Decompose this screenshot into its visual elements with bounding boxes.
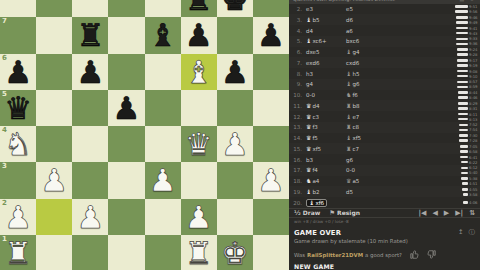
flag-icon: ⚑ bbox=[329, 209, 335, 217]
piece-icon: ♝ bbox=[346, 49, 351, 55]
square-a5[interactable]: 5♛ bbox=[0, 90, 36, 126]
clock-bar bbox=[458, 91, 468, 94]
clock-bar bbox=[456, 27, 468, 30]
square-c4[interactable] bbox=[72, 126, 108, 162]
info-icon[interactable]: ⓘ bbox=[469, 228, 476, 237]
move-text: f3 bbox=[312, 124, 317, 130]
clock-bar bbox=[457, 70, 468, 73]
square-e4[interactable] bbox=[145, 126, 181, 162]
square-f6[interactable]: ♝ bbox=[181, 54, 217, 90]
move-number: 14. bbox=[289, 135, 306, 141]
move-row: 12.♛c3♝e78:118:13 bbox=[289, 111, 480, 122]
square-a7[interactable]: 7 bbox=[0, 17, 36, 53]
move-times: 9:249:28 bbox=[386, 48, 480, 57]
move-text: g4 bbox=[306, 81, 313, 87]
half-point-icon: ½ bbox=[294, 209, 301, 217]
white-move[interactable]: ♛d4 bbox=[306, 103, 346, 109]
square-h7[interactable]: ♟ bbox=[253, 17, 289, 53]
piece-icon: ♛ bbox=[306, 103, 311, 109]
clock-bar bbox=[459, 134, 468, 137]
piece-icon: ♜ bbox=[346, 146, 351, 152]
move-text: f5 bbox=[312, 135, 317, 141]
move-list: 2.e3e59:519:563.♝b5d69:469:494.d4a69:419… bbox=[289, 4, 480, 208]
move-row: 3.♝b5d69:469:49 bbox=[289, 14, 480, 25]
move-times: 9:469:49 bbox=[386, 15, 480, 24]
square-d5[interactable]: ♟ bbox=[108, 90, 144, 126]
white-rook[interactable]: ♜ bbox=[181, 235, 217, 270]
clock-bar bbox=[458, 102, 468, 105]
clock-time: 4:06 bbox=[469, 200, 478, 205]
square-f8[interactable]: ♜ bbox=[181, 0, 217, 17]
game-side-panel: Queens Pawn Opening: Mikenas Defense ▤ ↻… bbox=[289, 0, 480, 270]
move-text: cxd6 bbox=[346, 60, 359, 66]
square-g6[interactable]: ♟ bbox=[217, 54, 253, 90]
black-move[interactable]: a6 bbox=[346, 28, 386, 34]
clock-time: 8:46 bbox=[469, 95, 478, 100]
piece-icon: ♝ bbox=[306, 38, 311, 44]
black-pawn[interactable]: ♟ bbox=[217, 54, 253, 90]
square-e6[interactable] bbox=[145, 54, 181, 90]
square-a1[interactable]: 1♜ bbox=[0, 235, 36, 270]
move-row: 10.0-0♞f68:448:46 bbox=[289, 90, 480, 101]
white-move[interactable]: 0-0 bbox=[306, 92, 346, 98]
move-times: 8:578:59 bbox=[386, 80, 480, 89]
draw-button[interactable]: ½ Draw bbox=[294, 209, 320, 217]
square-g5[interactable] bbox=[217, 90, 253, 126]
square-f7[interactable]: ♟ bbox=[181, 17, 217, 53]
square-e3[interactable]: ♟ bbox=[145, 162, 181, 198]
move-number: 13. bbox=[289, 124, 306, 130]
move-text: g4 bbox=[352, 49, 359, 55]
square-f2[interactable]: ♟ bbox=[181, 199, 217, 235]
clock-bar bbox=[461, 172, 468, 175]
piece-icon: ♛ bbox=[306, 135, 311, 141]
white-move[interactable]: ♛f3 bbox=[306, 124, 346, 130]
move-times: 9:179:19 bbox=[386, 58, 480, 67]
piece-icon: ♞ bbox=[346, 92, 351, 98]
move-row: 6.dxe5♝g49:249:28 bbox=[289, 47, 480, 58]
move-row: 4.d4a69:419:43 bbox=[289, 25, 480, 36]
clock-time: 7:54 bbox=[469, 127, 478, 132]
white-move[interactable]: h3 bbox=[306, 71, 346, 77]
move-text: g6 bbox=[346, 157, 353, 163]
square-b7[interactable] bbox=[36, 17, 72, 53]
white-pawn[interactable]: ♟ bbox=[36, 162, 72, 198]
clock-bar bbox=[456, 21, 468, 24]
clock-bar bbox=[458, 118, 468, 121]
square-g1[interactable]: ♚ bbox=[217, 235, 253, 270]
move-text: b2 bbox=[312, 189, 319, 195]
square-d3[interactable] bbox=[108, 162, 144, 198]
square-c3[interactable] bbox=[72, 162, 108, 198]
clock-time: 8:59 bbox=[469, 84, 478, 89]
black-move[interactable]: d6 bbox=[346, 17, 386, 23]
clock-bar bbox=[457, 86, 468, 89]
clock-bar bbox=[458, 107, 468, 110]
clock-time: 6:58 bbox=[469, 149, 478, 154]
flip-board-icon[interactable]: ⇅ bbox=[469, 209, 475, 217]
game-toolbar: ½ Draw ⚑ Resign |◀◀▶▶|⇅ bbox=[289, 208, 480, 218]
white-move[interactable]: e3 bbox=[306, 6, 346, 12]
move-row: 18.♞a4♛a55:384:51 bbox=[289, 176, 480, 187]
black-rook[interactable]: ♜ bbox=[181, 0, 217, 17]
square-c5[interactable] bbox=[72, 90, 108, 126]
clock-bar bbox=[463, 193, 468, 196]
white-bishop[interactable]: ♝ bbox=[181, 54, 217, 90]
piece-icon: ♝ bbox=[306, 17, 311, 23]
square-e2[interactable] bbox=[145, 199, 181, 235]
square-h6[interactable] bbox=[253, 54, 289, 90]
move-text: e7 bbox=[352, 114, 359, 120]
square-f4[interactable]: ♛ bbox=[181, 126, 217, 162]
square-b8[interactable] bbox=[36, 0, 72, 17]
move-number: 9. bbox=[289, 81, 306, 87]
rank-label-5: 5 bbox=[2, 91, 7, 98]
square-f3[interactable] bbox=[181, 162, 217, 198]
sport-suffix: a good sport? bbox=[365, 252, 402, 258]
move-text: xf6 bbox=[315, 200, 324, 206]
move-text: c8 bbox=[352, 124, 359, 130]
clock-bar bbox=[455, 10, 468, 13]
clock-time: 6:22 bbox=[469, 160, 478, 165]
clock-time: 9:19 bbox=[469, 63, 478, 68]
new-game-button[interactable]: NEW GAME bbox=[289, 259, 480, 270]
clock-bar bbox=[457, 53, 468, 56]
square-e8[interactable] bbox=[145, 0, 181, 17]
square-g8[interactable]: ♚ bbox=[217, 0, 253, 17]
black-move[interactable]: d5 bbox=[346, 189, 386, 195]
piece-icon: ♝ bbox=[346, 81, 351, 87]
move-nav: |◀◀▶▶|⇅ bbox=[418, 209, 475, 217]
move-times: 4:06 bbox=[381, 201, 480, 205]
square-c8[interactable] bbox=[72, 0, 108, 17]
square-a3[interactable]: 3 bbox=[0, 162, 36, 198]
move-text: 0-0 bbox=[306, 92, 315, 98]
white-queen[interactable]: ♛ bbox=[181, 126, 217, 162]
black-move[interactable]: g6 bbox=[346, 157, 386, 163]
white-move[interactable]: g4 bbox=[306, 81, 346, 87]
move-text: b8 bbox=[352, 103, 359, 109]
move-number: 10. bbox=[289, 92, 306, 98]
move-row: 15.♛xf5♜c77:056:58 bbox=[289, 143, 480, 154]
black-move[interactable]: ♞f6 bbox=[346, 92, 386, 98]
square-g2[interactable] bbox=[217, 199, 253, 235]
opponent-username: RailSplitter21DVM bbox=[307, 252, 363, 258]
move-number: 7. bbox=[289, 60, 306, 66]
share-icon[interactable]: ↥ bbox=[458, 228, 463, 237]
move-times: 7:527:54 bbox=[386, 123, 480, 132]
move-number: 12. bbox=[289, 114, 306, 120]
piece-icon: ♝ bbox=[346, 71, 351, 77]
move-text: d5 bbox=[346, 189, 353, 195]
square-h4[interactable] bbox=[253, 126, 289, 162]
move-row: 13.♛f3♜c87:527:54 bbox=[289, 122, 480, 133]
clock-time: 9:43 bbox=[469, 31, 478, 36]
move-number: 17. bbox=[289, 167, 306, 173]
square-h8[interactable] bbox=[253, 0, 289, 17]
white-move[interactable]: ♝b2 bbox=[306, 189, 346, 195]
clock-time: 9:28 bbox=[469, 52, 478, 57]
move-times: 8:448:46 bbox=[386, 91, 480, 100]
piece-icon: ♛ bbox=[306, 167, 311, 173]
clock-bar bbox=[455, 5, 468, 8]
clock-time: 8:13 bbox=[469, 117, 478, 122]
square-d1[interactable] bbox=[108, 235, 144, 270]
piece-icon: ♛ bbox=[306, 124, 311, 130]
black-move[interactable]: ♛a5 bbox=[346, 178, 386, 184]
clock-bar bbox=[461, 167, 468, 170]
piece-icon: ♛ bbox=[306, 114, 311, 120]
black-pawn[interactable]: ♟ bbox=[181, 17, 217, 53]
clock-time: 7:28 bbox=[469, 138, 478, 143]
clock-bar bbox=[462, 188, 468, 191]
move-text: h3 bbox=[306, 71, 313, 77]
move-times: 9:089:10 bbox=[386, 69, 480, 78]
white-king[interactable]: ♚ bbox=[217, 235, 253, 270]
piece-icon: ♛ bbox=[306, 146, 311, 152]
piece-icon: ♜ bbox=[346, 103, 351, 109]
square-h1[interactable] bbox=[253, 235, 289, 270]
move-text: a5 bbox=[352, 178, 359, 184]
square-b5[interactable] bbox=[36, 90, 72, 126]
black-pawn[interactable]: ♟ bbox=[108, 90, 144, 126]
black-move[interactable]: ♝g4 bbox=[346, 49, 386, 55]
move-number: 18. bbox=[289, 178, 306, 184]
move-number: 2. bbox=[289, 6, 306, 12]
move-text: d4 bbox=[306, 28, 313, 34]
move-text: a4 bbox=[312, 178, 319, 184]
square-e7[interactable]: ♝ bbox=[145, 17, 181, 53]
game-over-title: GAME OVER bbox=[294, 229, 341, 237]
black-rook[interactable]: ♜ bbox=[72, 17, 108, 53]
last-move-icon[interactable]: ▶| bbox=[455, 209, 463, 217]
square-e5[interactable] bbox=[145, 90, 181, 126]
clock-time: 9:56 bbox=[469, 9, 478, 14]
move-number: 15. bbox=[289, 146, 306, 152]
black-move[interactable]: e5 bbox=[346, 6, 386, 12]
move-number: 3. bbox=[289, 17, 306, 23]
move-text: xf5 bbox=[312, 146, 321, 152]
move-number: 16. bbox=[289, 157, 306, 163]
move-times: 6:125:40 bbox=[386, 166, 480, 175]
move-text: dxe5 bbox=[306, 49, 319, 55]
clock-bar bbox=[460, 150, 468, 153]
white-move[interactable]: ♞a4 bbox=[306, 178, 346, 184]
clock-bar bbox=[457, 48, 468, 51]
clock-time: 8:31 bbox=[469, 106, 478, 111]
square-h3[interactable]: ♟ bbox=[253, 162, 289, 198]
square-g4[interactable]: ♟ bbox=[217, 126, 253, 162]
clock-bar bbox=[460, 145, 468, 148]
move-row: 17.♛f40-06:125:40 bbox=[289, 165, 480, 176]
square-b6[interactable] bbox=[36, 54, 72, 90]
piece-icon: ♝ bbox=[346, 135, 351, 141]
square-c2[interactable]: ♟ bbox=[72, 199, 108, 235]
move-row: 8.h3♝h59:089:10 bbox=[289, 68, 480, 79]
move-text: f4 bbox=[312, 167, 317, 173]
clock-time: 5:40 bbox=[469, 170, 478, 175]
move-text: c3 bbox=[312, 114, 319, 120]
black-move[interactable]: ♝h5 bbox=[346, 71, 386, 77]
move-times: 8:298:31 bbox=[386, 101, 480, 110]
game-over-reason: Game drawn by stalemate (10 min Rated) bbox=[289, 237, 480, 244]
move-row: 9.g4♝g68:578:59 bbox=[289, 79, 480, 90]
good-sport-prompt: Was RailSplitter21DVM a good sport? bbox=[289, 244, 480, 259]
white-move[interactable]: ♛f4 bbox=[306, 167, 346, 173]
black-move[interactable]: 0-0 bbox=[346, 167, 386, 173]
move-text: d4 bbox=[312, 103, 319, 109]
black-move[interactable]: ♝g6 bbox=[346, 81, 386, 87]
move-times: 9:519:56 bbox=[386, 5, 480, 14]
clock-bar bbox=[456, 43, 468, 46]
move-text: g6 bbox=[352, 81, 359, 87]
clock-bar bbox=[458, 96, 468, 99]
clock-bar bbox=[459, 124, 468, 127]
move-times: 6:416:22 bbox=[386, 155, 480, 164]
move-text: f6 bbox=[352, 92, 357, 98]
clock-time: 3:58 bbox=[469, 192, 478, 197]
move-times: 8:118:13 bbox=[386, 112, 480, 121]
square-e1[interactable] bbox=[145, 235, 181, 270]
clock-time: 4:51 bbox=[469, 181, 478, 186]
white-pawn[interactable]: ♟ bbox=[145, 162, 181, 198]
square-a2[interactable]: 2♟ bbox=[0, 199, 36, 235]
move-row: 2.e3e59:519:56 bbox=[289, 4, 480, 15]
square-b3[interactable]: ♟ bbox=[36, 162, 72, 198]
move-number: 19. bbox=[289, 189, 306, 195]
white-move[interactable]: ♛xf5 bbox=[306, 146, 346, 152]
move-number: 8. bbox=[289, 71, 306, 77]
white-move[interactable]: d4 bbox=[306, 28, 346, 34]
square-d4[interactable] bbox=[108, 126, 144, 162]
move-text: xc6+ bbox=[312, 38, 326, 44]
move-text: e3 bbox=[306, 6, 313, 12]
move-times: 5:384:51 bbox=[386, 177, 480, 186]
move-row: 7.exd6cxd69:179:19 bbox=[289, 57, 480, 68]
square-c6[interactable]: ♟ bbox=[72, 54, 108, 90]
move-number: 4. bbox=[289, 28, 306, 34]
move-text: bxc6 bbox=[346, 38, 359, 44]
black-pawn[interactable]: ♟ bbox=[72, 54, 108, 90]
black-move[interactable]: bxc6 bbox=[346, 38, 386, 44]
move-times: 7:056:58 bbox=[386, 144, 480, 153]
black-move[interactable]: ♝xf5 bbox=[346, 135, 386, 141]
white-pawn[interactable]: ♟ bbox=[217, 126, 253, 162]
black-king[interactable]: ♚ bbox=[217, 0, 253, 17]
thumbs-down-icon[interactable] bbox=[427, 250, 436, 259]
move-text: xf5 bbox=[352, 135, 361, 141]
square-h5[interactable] bbox=[253, 90, 289, 126]
clock-bar bbox=[456, 16, 468, 19]
square-f1[interactable]: ♜ bbox=[181, 235, 217, 270]
square-g3[interactable] bbox=[217, 162, 253, 198]
white-pawn[interactable]: ♟ bbox=[253, 162, 289, 198]
white-move[interactable]: b3 bbox=[306, 157, 346, 163]
white-move[interactable]: ♛f5 bbox=[306, 135, 346, 141]
prev-move-icon[interactable]: ◀ bbox=[432, 209, 437, 217]
piece-icon: ♛ bbox=[346, 178, 351, 184]
square-c1[interactable] bbox=[72, 235, 108, 270]
black-move[interactable]: cxd6 bbox=[346, 60, 386, 66]
chess-board[interactable]: ♜♚7♜♝♟♟6♟♟♝♟5♛♟4♞♛♟3♟♟♟2♟♟♟1♜♜♚ bbox=[0, 0, 289, 270]
move-text: d6 bbox=[346, 17, 353, 23]
move-row: 14.♛f5♝xf57:307:28 bbox=[289, 133, 480, 144]
move-text: 0-0 bbox=[346, 167, 355, 173]
square-c7[interactable]: ♜ bbox=[72, 17, 108, 53]
black-move[interactable]: ♜c7 bbox=[346, 146, 386, 152]
white-pawn[interactable]: ♟ bbox=[72, 199, 108, 235]
square-h2[interactable] bbox=[253, 199, 289, 235]
resign-button[interactable]: ⚑ Resign bbox=[329, 209, 360, 217]
square-a8[interactable] bbox=[0, 0, 36, 17]
square-a6[interactable]: 6♟ bbox=[0, 54, 36, 90]
square-d8[interactable] bbox=[108, 0, 144, 17]
resign-label: Resign bbox=[337, 209, 360, 216]
black-move[interactable]: ♝e7 bbox=[346, 114, 386, 120]
piece-icon: ♜ bbox=[346, 124, 351, 130]
move-text: h5 bbox=[352, 71, 359, 77]
draw-label: Draw bbox=[303, 209, 321, 216]
sport-prefix: Was bbox=[294, 252, 305, 258]
white-pawn[interactable]: ♟ bbox=[181, 199, 217, 235]
white-move[interactable]: ♝xc6+ bbox=[306, 38, 346, 44]
move-text: exd6 bbox=[306, 60, 320, 66]
move-row: 20.♝xf64:06 bbox=[289, 197, 480, 208]
square-b4[interactable] bbox=[36, 126, 72, 162]
black-move[interactable]: ♜c8 bbox=[346, 124, 386, 130]
clock-bar bbox=[457, 64, 468, 67]
white-move[interactable]: ♝xf6 bbox=[306, 199, 327, 207]
square-d6[interactable] bbox=[108, 54, 144, 90]
black-bishop[interactable]: ♝ bbox=[145, 17, 181, 53]
rank-label-6: 6 bbox=[2, 55, 7, 62]
clock-bar bbox=[461, 177, 468, 180]
thumbs-up-icon[interactable] bbox=[410, 250, 419, 259]
black-pawn[interactable]: ♟ bbox=[253, 17, 289, 53]
move-times: 9:339:36 bbox=[386, 37, 480, 46]
square-a4[interactable]: 4♞ bbox=[0, 126, 36, 162]
move-number: 20. bbox=[289, 200, 306, 206]
move-text: c7 bbox=[352, 146, 359, 152]
square-b2[interactable] bbox=[36, 199, 72, 235]
clock-bar bbox=[457, 75, 468, 78]
white-move[interactable]: ♝b5 bbox=[306, 17, 346, 23]
move-times: 9:419:43 bbox=[386, 26, 480, 35]
move-text: e5 bbox=[346, 6, 353, 12]
clock-time: 9:49 bbox=[469, 20, 478, 25]
black-move[interactable]: ♜b8 bbox=[346, 103, 386, 109]
move-row: 5.♝xc6+bxc69:339:36 bbox=[289, 36, 480, 47]
square-f5[interactable] bbox=[181, 90, 217, 126]
rank-label-2: 2 bbox=[2, 200, 7, 207]
clock-time: 9:36 bbox=[469, 41, 478, 46]
square-d2[interactable] bbox=[108, 199, 144, 235]
square-g7[interactable] bbox=[217, 17, 253, 53]
first-move-icon[interactable]: |◀ bbox=[418, 209, 426, 217]
square-d7[interactable] bbox=[108, 17, 144, 53]
white-move[interactable]: ♛c3 bbox=[306, 114, 346, 120]
square-b1[interactable] bbox=[36, 235, 72, 270]
clock-bar bbox=[457, 81, 468, 84]
next-move-icon[interactable]: ▶ bbox=[444, 209, 449, 217]
white-move[interactable]: dxe5 bbox=[306, 49, 346, 55]
move-number: 5. bbox=[289, 38, 306, 44]
rank-label-1: 1 bbox=[2, 236, 7, 243]
clock-bar bbox=[459, 139, 468, 142]
white-move[interactable]: exd6 bbox=[306, 60, 346, 66]
clock-bar bbox=[460, 156, 468, 159]
clock-bar bbox=[463, 201, 468, 204]
